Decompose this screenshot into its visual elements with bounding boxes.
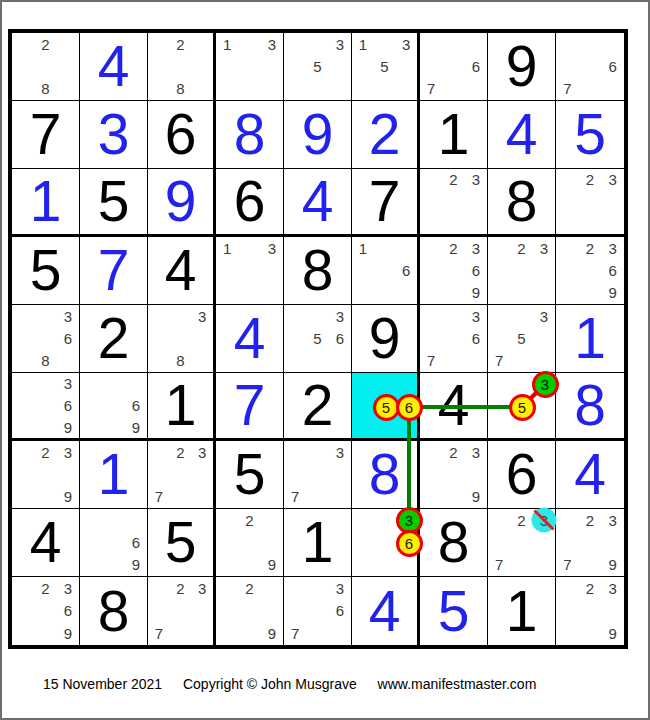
candidate-digit: 9: [64, 626, 72, 641]
cell-r9c7[interactable]: 5: [420, 577, 488, 645]
pencil-marks: 37: [284, 441, 351, 508]
cell-r5c7[interactable]: 367: [420, 305, 488, 373]
cell-r2c5[interactable]: 9: [284, 101, 352, 169]
candidate-digit: 1: [223, 241, 231, 256]
cell-r3c1[interactable]: 1: [12, 169, 80, 237]
cell-r3c6[interactable]: 7: [352, 169, 420, 237]
given-digit: 8: [488, 169, 555, 234]
candidate-digit: 1: [359, 37, 367, 52]
cell-r2c6[interactable]: 2: [352, 101, 420, 169]
candidate-digit: 9: [472, 285, 480, 300]
cell-r5c2[interactable]: 2: [80, 305, 148, 373]
candidate-digit: 3: [540, 309, 548, 324]
given-digit: 7: [12, 101, 79, 168]
candidate-digit: 5: [517, 331, 525, 346]
pencil-marks: 16: [352, 237, 417, 304]
cell-r1c6[interactable]: 135: [352, 33, 420, 101]
cell-r9c2[interactable]: 8: [80, 577, 148, 645]
cell-r3c7[interactable]: 23: [420, 169, 488, 237]
pencil-marks: 69: [80, 509, 147, 576]
candidate-digit: 8: [41, 353, 49, 368]
cell-r6c6[interactable]: 56: [352, 373, 420, 441]
cell-r7c8[interactable]: 6: [488, 441, 556, 509]
pencil-marks: 28: [148, 33, 213, 100]
cell-r6c2[interactable]: 69: [80, 373, 148, 441]
given-digit: 6: [488, 441, 555, 508]
candidate-digit: 7: [563, 81, 571, 96]
solved-digit: 4: [352, 577, 417, 645]
pencil-marks: 23: [488, 237, 555, 304]
cell-r9c8[interactable]: 1: [488, 577, 556, 645]
pencil-marks: 2369: [556, 237, 624, 304]
solved-digit: 4: [284, 169, 351, 234]
cell-r3c9[interactable]: 23: [556, 169, 624, 237]
candidate-digit: 2: [517, 241, 525, 256]
cell-r6c9[interactable]: 8: [556, 373, 624, 441]
pencil-marks: 35: [284, 33, 351, 100]
cell-r4c8[interactable]: 23: [488, 237, 556, 305]
candidate-digit: 2: [586, 241, 594, 256]
candidate-digit: 2: [586, 581, 594, 596]
candidate-digit: 3: [198, 581, 206, 596]
cell-r2c8[interactable]: 4: [488, 101, 556, 169]
candidate-digit: 6: [472, 59, 480, 74]
cell-r3c5[interactable]: 4: [284, 169, 352, 237]
solved-digit: 1: [12, 169, 79, 234]
chain-node-yellow-circle: 6: [396, 530, 423, 557]
given-digit: 1: [488, 577, 555, 645]
candidate-digit: 6: [64, 331, 72, 346]
solved-digit: 9: [148, 169, 213, 234]
candidate-digit: 9: [132, 557, 140, 572]
cell-r9c5[interactable]: 367: [284, 577, 352, 645]
given-digit: 7: [352, 169, 417, 234]
candidate-digit: 5: [313, 331, 321, 346]
pencil-marks: 237: [148, 441, 213, 508]
cell-r8c1[interactable]: 4: [12, 509, 80, 577]
cell-r7c6[interactable]: 8: [352, 441, 420, 509]
candidate-digit: 3: [198, 309, 206, 324]
pencil-marks: 67: [556, 33, 624, 100]
cell-r5c8[interactable]: 357: [488, 305, 556, 373]
cell-r5c3[interactable]: 38: [148, 305, 216, 373]
cell-r6c3[interactable]: 1: [148, 373, 216, 441]
solved-digit: 7: [216, 373, 283, 438]
solved-digit: 5: [556, 101, 624, 168]
cell-r8c3[interactable]: 5: [148, 509, 216, 577]
given-digit: 2: [80, 305, 147, 372]
candidate-digit: 2: [449, 241, 457, 256]
candidate-digit: 9: [472, 489, 480, 504]
candidate-digit: 3: [336, 309, 344, 324]
candidate-digit: 5: [380, 59, 388, 74]
solved-digit: 5: [420, 577, 487, 645]
candidate-digit: 9: [268, 626, 276, 641]
cell-r5c5[interactable]: 356: [284, 305, 352, 373]
pencil-marks: 2379: [556, 509, 624, 576]
candidate-digit: 6: [336, 331, 344, 346]
given-digit: 8: [420, 509, 487, 576]
given-digit: 5: [12, 237, 79, 304]
cell-r3c8[interactable]: 8: [488, 169, 556, 237]
candidate-digit: 2: [449, 445, 457, 460]
candidate-digit: 3: [64, 376, 72, 391]
pencil-marks: 38: [148, 305, 213, 372]
cell-r2c1[interactable]: 7: [12, 101, 80, 169]
pencil-marks: 13: [216, 237, 283, 304]
cell-r2c7[interactable]: 1: [420, 101, 488, 169]
pencil-marks: 239: [12, 441, 79, 508]
cell-r6c8[interactable]: 35: [488, 373, 556, 441]
given-digit: 8: [284, 237, 351, 304]
cell-r3c3[interactable]: 9: [148, 169, 216, 237]
solved-digit: 9: [284, 101, 351, 168]
candidate-digit: 2: [41, 37, 49, 52]
candidate-digit: 3: [608, 581, 616, 596]
candidate-digit: 2: [41, 581, 49, 596]
given-digit: 1: [284, 509, 351, 576]
cell-r2c4[interactable]: 8: [216, 101, 284, 169]
cell-r9c6[interactable]: 4: [352, 577, 420, 645]
given-digit: 1: [420, 101, 487, 168]
chain-node-green-circle: 3: [532, 371, 559, 398]
given-digit: 4: [12, 509, 79, 576]
solved-digit: 1: [556, 305, 624, 372]
cell-r4c4[interactable]: 13: [216, 237, 284, 305]
candidate-digit: 5: [313, 59, 321, 74]
candidate-digit: 3: [472, 241, 480, 256]
cell-r7c7[interactable]: 239: [420, 441, 488, 509]
cell-r1c1[interactable]: 28: [12, 33, 80, 101]
candidate-digit: 8: [176, 81, 184, 96]
cell-r1c8[interactable]: 9: [488, 33, 556, 101]
candidate-digit: 6: [608, 59, 616, 74]
cell-r4c3[interactable]: 4: [148, 237, 216, 305]
solved-digit: 4: [488, 101, 555, 168]
caption-date: 15 November 2021: [43, 676, 162, 692]
candidate-digit: 2: [41, 445, 49, 460]
candidate-digit: 7: [563, 557, 571, 572]
pencil-marks: 368: [12, 305, 79, 372]
cell-r9c1[interactable]: 2369: [12, 577, 80, 645]
chain-node-yellow-circle: 5: [509, 394, 536, 421]
cell-r7c9[interactable]: 4: [556, 441, 624, 509]
pencil-marks: 239: [556, 577, 624, 645]
candidate-digit: 2: [176, 445, 184, 460]
cell-r2c3[interactable]: 6: [148, 101, 216, 169]
pencil-marks: 13: [216, 33, 283, 100]
pencil-marks: 367: [284, 577, 351, 645]
solved-digit: 4: [80, 33, 147, 100]
candidate-digit: 8: [41, 81, 49, 96]
given-digit: 5: [216, 441, 283, 508]
candidate-digit: 3: [472, 445, 480, 460]
given-digit: 8: [80, 577, 147, 645]
cell-r6c1[interactable]: 369: [12, 373, 80, 441]
cell-r6c5[interactable]: 2: [284, 373, 352, 441]
pencil-marks: 67: [420, 33, 487, 100]
candidate-digit: 2: [449, 172, 457, 187]
candidate-digit: 8: [176, 353, 184, 368]
cell-r9c3[interactable]: 237: [148, 577, 216, 645]
caption-copyright: Copyright © John Musgrave: [183, 676, 357, 692]
candidate-digit: 3: [64, 309, 72, 324]
given-digit: 9: [488, 33, 555, 100]
caption-site: www.manifestmaster.com: [378, 676, 537, 692]
candidate-digit: 7: [155, 489, 163, 504]
cell-r9c9[interactable]: 239: [556, 577, 624, 645]
candidate-digit: 2: [586, 513, 594, 528]
caption: 15 November 2021 Copyright © John Musgra…: [43, 676, 536, 692]
cell-r7c1[interactable]: 239: [12, 441, 80, 509]
candidate-digit: 7: [291, 626, 299, 641]
pencil-marks: 237: [488, 509, 555, 576]
given-digit: 6: [148, 101, 213, 168]
board: 2842813351356796773689214515964723823574…: [8, 29, 628, 649]
candidate-digit: 7: [291, 489, 299, 504]
cell-r8c6[interactable]: 36: [352, 509, 420, 577]
given-digit: 6: [216, 169, 283, 234]
candidate-digit: 7: [495, 353, 503, 368]
cell-r3c2[interactable]: 5: [80, 169, 148, 237]
cell-r1c4[interactable]: 13: [216, 33, 284, 101]
candidate-digit: 9: [268, 557, 276, 572]
candidate-digit: 3: [268, 241, 276, 256]
candidate-digit: 3: [540, 241, 548, 256]
candidate-digit: 2: [176, 37, 184, 52]
candidate-digit: 9: [132, 420, 140, 435]
candidate-digit: 3: [64, 445, 72, 460]
cell-r2c2[interactable]: 3: [80, 101, 148, 169]
candidate-digit: 3: [64, 581, 72, 596]
candidate-digit: 2: [517, 513, 525, 528]
pencil-marks: 239: [420, 441, 487, 508]
cell-r6c4[interactable]: 7: [216, 373, 284, 441]
candidate-digit: 3: [336, 445, 344, 460]
cell-r7c2[interactable]: 1: [80, 441, 148, 509]
candidate-digit: 9: [608, 557, 616, 572]
given-digit: 4: [148, 237, 213, 304]
cell-r2c9[interactable]: 5: [556, 101, 624, 169]
cell-r4c2[interactable]: 7: [80, 237, 148, 305]
chain-node-yellow-circle: 6: [396, 394, 423, 421]
candidate-digit: 3: [472, 172, 480, 187]
cell-r6c7[interactable]: 4: [420, 373, 488, 441]
cell-r1c7[interactable]: 67: [420, 33, 488, 101]
candidate-digit: 3: [336, 37, 344, 52]
candidate-digit: 3: [336, 581, 344, 596]
candidate-digit: 7: [495, 557, 503, 572]
candidate-digit: 7: [427, 353, 435, 368]
candidate-digit: 6: [608, 263, 616, 278]
pencil-marks: 135: [352, 33, 417, 100]
pencil-marks: 357: [488, 305, 555, 372]
cell-r1c2[interactable]: 4: [80, 33, 148, 101]
pencil-marks: 237: [148, 577, 213, 645]
cell-r5c1[interactable]: 368: [12, 305, 80, 373]
cell-r7c4[interactable]: 5: [216, 441, 284, 509]
candidate-digit: 2: [176, 581, 184, 596]
solved-digit: 2: [352, 101, 417, 168]
given-digit: 9: [352, 305, 417, 372]
cell-r5c9[interactable]: 1: [556, 305, 624, 373]
candidate-digit: 2: [245, 581, 253, 596]
cell-r4c1[interactable]: 5: [12, 237, 80, 305]
candidate-digit: 3: [472, 309, 480, 324]
candidate-digit: 6: [336, 603, 344, 618]
candidate-digit: 2: [586, 172, 594, 187]
candidate-digit: 1: [223, 37, 231, 52]
candidate-digit: 9: [608, 285, 616, 300]
pencil-marks: 29: [216, 577, 283, 645]
solved-digit: 1: [80, 441, 147, 508]
pencil-marks: 23: [556, 169, 624, 234]
cell-r4c9[interactable]: 2369: [556, 237, 624, 305]
solved-digit: 7: [80, 237, 147, 304]
candidate-digit: 9: [64, 420, 72, 435]
candidate-digit: 3: [268, 37, 276, 52]
solved-digit: 8: [352, 441, 417, 508]
cell-r5c6[interactable]: 9: [352, 305, 420, 373]
pencil-marks: 2369: [12, 577, 79, 645]
pencil-marks: 28: [12, 33, 79, 100]
candidate-digit: 6: [132, 535, 140, 550]
cell-r4c7[interactable]: 2369: [420, 237, 488, 305]
candidate-digit: 6: [472, 263, 480, 278]
cell-r1c9[interactable]: 67: [556, 33, 624, 101]
candidate-digit: 3: [608, 513, 616, 528]
candidate-digit: 3: [198, 445, 206, 460]
cell-r8c7[interactable]: 8: [420, 509, 488, 577]
cell-r7c5[interactable]: 37: [284, 441, 352, 509]
candidate-digit: 9: [64, 489, 72, 504]
candidate-digit: 7: [427, 81, 435, 96]
candidate-digit: 3: [608, 241, 616, 256]
pencil-marks: 69: [80, 373, 147, 438]
given-digit: 4: [420, 373, 487, 438]
solved-digit: 4: [216, 305, 283, 372]
pencil-marks: 369: [12, 373, 79, 438]
cell-r4c5[interactable]: 8: [284, 237, 352, 305]
candidate-digit: 2: [245, 513, 253, 528]
cell-r3c4[interactable]: 6: [216, 169, 284, 237]
cell-r1c3[interactable]: 28: [148, 33, 216, 101]
given-digit: 1: [148, 373, 213, 438]
cell-r8c2[interactable]: 69: [80, 509, 148, 577]
candidate-digit: 6: [64, 603, 72, 618]
given-digit: 2: [284, 373, 351, 438]
pencil-marks: 356: [284, 305, 351, 372]
cell-r5c4[interactable]: 4: [216, 305, 284, 373]
candidate-digit: 3: [608, 172, 616, 187]
cell-r1c5[interactable]: 35: [284, 33, 352, 101]
given-digit: 5: [80, 169, 147, 234]
candidate-digit: 6: [402, 263, 410, 278]
solved-digit: 3: [80, 101, 147, 168]
candidate-digit: 7: [155, 626, 163, 641]
cell-r8c9[interactable]: 2379: [556, 509, 624, 577]
candidate-digit: 3: [402, 37, 410, 52]
cell-r8c5[interactable]: 1: [284, 509, 352, 577]
solved-digit: 4: [556, 441, 624, 508]
cell-r8c4[interactable]: 29: [216, 509, 284, 577]
pencil-marks: 23: [420, 169, 487, 234]
candidate-digit: 6: [132, 398, 140, 413]
given-digit: 5: [148, 509, 213, 576]
candidate-digit: 1: [359, 241, 367, 256]
candidate-digit: 6: [472, 331, 480, 346]
cell-r4c6[interactable]: 16: [352, 237, 420, 305]
pencil-marks: 29: [216, 509, 283, 576]
cell-r8c8[interactable]: 237: [488, 509, 556, 577]
pencil-marks: 367: [420, 305, 487, 372]
candidate-digit: 9: [608, 626, 616, 641]
solved-digit: 8: [556, 373, 624, 438]
cell-r7c3[interactable]: 237: [148, 441, 216, 509]
cell-r9c4[interactable]: 29: [216, 577, 284, 645]
pencil-marks: 2369: [420, 237, 487, 304]
candidate-digit: 6: [64, 398, 72, 413]
solved-digit: 8: [216, 101, 283, 168]
